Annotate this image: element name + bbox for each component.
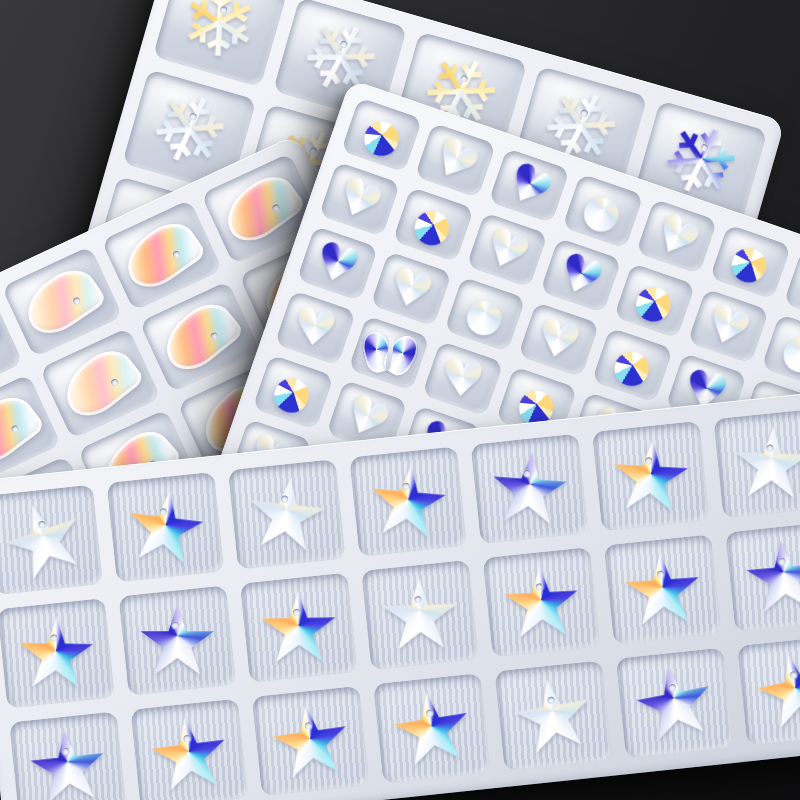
tray-cell: ★ [470, 434, 588, 545]
tray-cell: ★ [494, 660, 612, 771]
tray-cell: ★ [482, 547, 600, 658]
tray-cell: ★ [616, 647, 734, 758]
starfish-crystal: ★ [382, 674, 482, 782]
starfish-crystal: ★ [255, 579, 343, 676]
heart-crystal: ♥ [383, 259, 440, 319]
rivoli-round-crystal: ● [406, 196, 460, 253]
tray-cell: ♥ [488, 148, 570, 224]
tray-cell: ● [761, 314, 800, 390]
rivoli-round-crystal: ● [608, 339, 656, 392]
starfish-crystal: ★ [12, 605, 100, 702]
tray-cell: ★ [0, 598, 115, 709]
tray-cell: ♥ [518, 302, 600, 378]
rivoli-round-crystal: ● [265, 363, 321, 421]
teardrop-crystal [17, 260, 108, 344]
tray-cell: ♥ [540, 238, 622, 314]
tray-cell: ★ [252, 686, 370, 797]
heart-crystal: ♥ [497, 153, 561, 219]
rivoli-round-crystal: ● [460, 287, 510, 341]
starfish-crystal: ★ [605, 426, 696, 526]
heart-crystal: ♥ [551, 244, 611, 307]
tray-cell: ♥ [296, 226, 378, 302]
heart-crystal: ♥ [309, 233, 366, 294]
tray-cell: ● [562, 173, 644, 249]
tray-cell: ● [392, 187, 474, 263]
tray-cell: ♥ [415, 122, 497, 198]
tray-cell: ★ [240, 572, 358, 683]
heart-crystal: ♥ [793, 255, 800, 320]
product-photo-scene: ❄❄❄❄❄❄❄❄❄❄❄❄❄❄❄ ●♥♥●♥●♥♥♥●♥♥●♥●♥♥♥●♥●♥♥●… [0, 0, 800, 800]
starfish-crystal: ★ [239, 462, 335, 566]
heart-crystal: ♥ [289, 300, 341, 356]
tray-cell: ★ [373, 673, 491, 784]
tray-cell: ♥ [274, 290, 356, 366]
tray-cell: ♥ [319, 161, 401, 237]
tray-cell: ★ [118, 585, 236, 696]
starfish-crystal: ★ [744, 634, 800, 746]
teardrop-crystal [116, 213, 207, 298]
tray-cell: ★ [0, 485, 103, 596]
tray-cell: ★ [228, 459, 346, 570]
tray-cell: ★ [592, 421, 710, 532]
tray-cell: ♥ [636, 199, 718, 275]
heart-crystal: ♥ [477, 218, 538, 282]
tray-grid: ★★★★★★★★★★★★★★★★★★★★★ [0, 408, 800, 800]
starfish-crystal: ★ [727, 414, 800, 513]
tray-cell: ★ [106, 472, 224, 583]
starfish-crystal: ★ [375, 566, 464, 665]
tray-cell: ♥ [370, 251, 452, 327]
starfish-crystal: ★ [623, 648, 726, 759]
butterfly-crystal [359, 327, 419, 380]
heart-crystal: ♥ [329, 167, 391, 231]
rivoli-round-crystal: ● [575, 182, 632, 241]
starfish-crystal: ★ [503, 661, 604, 770]
butterfly-wing [379, 330, 424, 379]
heart-crystal: ♥ [438, 351, 489, 406]
tray-cell: ★ [361, 560, 479, 671]
tray-cell: ● [252, 354, 334, 430]
starfish-crystal: ★ [0, 480, 100, 599]
teardrop-crystal [216, 166, 307, 251]
starfish-crystal: ★ [261, 688, 360, 795]
tray-cell: ♥ [466, 212, 548, 288]
tray-cell: ● [710, 224, 792, 300]
rivoli-round-crystal: ● [360, 110, 404, 159]
tray-cell: ★ [349, 446, 467, 557]
tray-cell: ★ [713, 408, 800, 519]
heart-crystal: ♥ [699, 295, 758, 357]
starfish-crystal: ★ [117, 474, 214, 580]
tray-cell: ★ [737, 635, 800, 746]
tray-cell: ♥ [687, 288, 769, 364]
tray-cell: ♥ [422, 341, 504, 417]
tray-cell: ★ [604, 534, 722, 645]
starfish-crystal: ★ [134, 593, 220, 689]
heart-crystal: ♥ [531, 310, 587, 369]
heart-crystal: ♥ [645, 204, 708, 269]
teardrop-crystal [0, 303, 3, 394]
starfish-crystal: ★ [20, 714, 116, 800]
rivoli-round-crystal: ● [776, 324, 800, 379]
heart-crystal: ♥ [423, 127, 488, 193]
tray-cell [348, 315, 430, 391]
tray-cell: ★ [9, 711, 127, 800]
rivoli-round-crystal: ● [628, 273, 681, 329]
tray-cell: ● [444, 276, 526, 352]
teardrop-crystal [0, 387, 46, 473]
tray-cell: ● [591, 327, 673, 403]
tray-cell: ★ [130, 699, 248, 800]
tray-cell: ● [341, 97, 423, 173]
tray-cell: ★ [725, 521, 800, 632]
tray-cell: ● [614, 263, 696, 339]
teardrop-crystal [55, 340, 146, 426]
teardrop-crystal [155, 293, 246, 380]
rivoli-round-crystal: ● [723, 233, 779, 291]
starfish-crystal: ★ [483, 438, 576, 540]
starfish-crystal: ★ [361, 450, 455, 553]
starfish-crystal: ★ [737, 525, 800, 628]
starfish-crystal: ★ [616, 539, 709, 641]
starfish-crystal: ★ [496, 552, 587, 652]
starfish-crystal: ★ [141, 701, 238, 800]
